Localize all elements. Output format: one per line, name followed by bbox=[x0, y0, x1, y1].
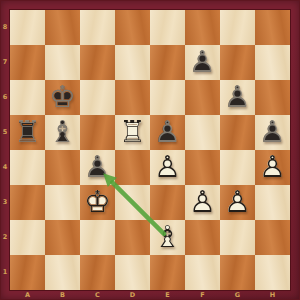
piece-white-pawn[interactable]: ♟♙ bbox=[220, 185, 255, 220]
square-d6[interactable] bbox=[115, 80, 150, 115]
square-h3[interactable] bbox=[255, 185, 290, 220]
rank-label-8: 8 bbox=[0, 10, 10, 45]
piece-black-king[interactable]: ♚♔ bbox=[45, 80, 80, 115]
square-a3[interactable] bbox=[10, 185, 45, 220]
piece-fill-glyph: ♚ bbox=[80, 187, 115, 217]
square-e4[interactable]: ♟♙ bbox=[150, 150, 185, 185]
square-e5[interactable]: ♟♙ bbox=[150, 115, 185, 150]
rank-labels: 87654321 bbox=[0, 10, 10, 290]
piece-outline-glyph: ♖ bbox=[10, 117, 45, 147]
piece-fill-glyph: ♜ bbox=[115, 117, 150, 147]
piece-outline-glyph: ♔ bbox=[45, 82, 80, 112]
file-label-c: C bbox=[80, 290, 115, 300]
square-c2[interactable] bbox=[80, 220, 115, 255]
square-c4[interactable]: ♟♙ bbox=[80, 150, 115, 185]
square-d8[interactable] bbox=[115, 10, 150, 45]
square-b2[interactable] bbox=[45, 220, 80, 255]
square-e7[interactable] bbox=[150, 45, 185, 80]
square-d4[interactable] bbox=[115, 150, 150, 185]
square-a5[interactable]: ♜♖ bbox=[10, 115, 45, 150]
square-c5[interactable] bbox=[80, 115, 115, 150]
square-f1[interactable] bbox=[185, 255, 220, 290]
square-g4[interactable] bbox=[220, 150, 255, 185]
piece-outline-glyph: ♙ bbox=[185, 47, 220, 77]
square-h6[interactable] bbox=[255, 80, 290, 115]
square-a7[interactable] bbox=[10, 45, 45, 80]
square-f7[interactable]: ♟♙ bbox=[185, 45, 220, 80]
file-label-e: E bbox=[150, 290, 185, 300]
square-a1[interactable] bbox=[10, 255, 45, 290]
piece-fill-glyph: ♟ bbox=[150, 117, 185, 147]
rank-label-7: 7 bbox=[0, 45, 10, 80]
square-g6[interactable]: ♟♙ bbox=[220, 80, 255, 115]
piece-outline-glyph: ♙ bbox=[185, 187, 220, 217]
square-f6[interactable] bbox=[185, 80, 220, 115]
square-e2[interactable]: ♝♗ bbox=[150, 220, 185, 255]
rank-label-2: 2 bbox=[0, 220, 10, 255]
piece-fill-glyph: ♝ bbox=[150, 222, 185, 252]
square-g2[interactable] bbox=[220, 220, 255, 255]
piece-fill-glyph: ♟ bbox=[185, 187, 220, 217]
square-b4[interactable] bbox=[45, 150, 80, 185]
piece-white-king[interactable]: ♚♔ bbox=[80, 185, 115, 220]
square-d1[interactable] bbox=[115, 255, 150, 290]
file-label-f: F bbox=[185, 290, 220, 300]
square-b5[interactable]: ♝♗ bbox=[45, 115, 80, 150]
piece-outline-glyph: ♙ bbox=[150, 117, 185, 147]
piece-black-pawn[interactable]: ♟♙ bbox=[185, 45, 220, 80]
square-h5[interactable]: ♟♙ bbox=[255, 115, 290, 150]
piece-fill-glyph: ♟ bbox=[185, 47, 220, 77]
square-g1[interactable] bbox=[220, 255, 255, 290]
square-d2[interactable] bbox=[115, 220, 150, 255]
square-h7[interactable] bbox=[255, 45, 290, 80]
file-label-h: H bbox=[255, 290, 290, 300]
square-g5[interactable] bbox=[220, 115, 255, 150]
piece-outline-glyph: ♙ bbox=[220, 82, 255, 112]
square-b7[interactable] bbox=[45, 45, 80, 80]
piece-white-bishop[interactable]: ♝♗ bbox=[150, 220, 185, 255]
piece-black-pawn[interactable]: ♟♙ bbox=[80, 150, 115, 185]
piece-fill-glyph: ♟ bbox=[255, 117, 290, 147]
square-a2[interactable] bbox=[10, 220, 45, 255]
piece-fill-glyph: ♟ bbox=[255, 152, 290, 182]
file-label-d: D bbox=[115, 290, 150, 300]
square-f3[interactable]: ♟♙ bbox=[185, 185, 220, 220]
square-b8[interactable] bbox=[45, 10, 80, 45]
square-g8[interactable] bbox=[220, 10, 255, 45]
piece-black-pawn[interactable]: ♟♙ bbox=[220, 80, 255, 115]
rank-label-5: 5 bbox=[0, 115, 10, 150]
square-c1[interactable] bbox=[80, 255, 115, 290]
square-e3[interactable] bbox=[150, 185, 185, 220]
piece-outline-glyph: ♙ bbox=[220, 187, 255, 217]
square-b6[interactable]: ♚♔ bbox=[45, 80, 80, 115]
square-f8[interactable] bbox=[185, 10, 220, 45]
piece-outline-glyph: ♙ bbox=[150, 152, 185, 182]
square-b3[interactable] bbox=[45, 185, 80, 220]
rank-label-4: 4 bbox=[0, 150, 10, 185]
square-c3[interactable]: ♚♔ bbox=[80, 185, 115, 220]
file-labels: ABCDEFGH bbox=[10, 290, 290, 300]
chess-board-frame: ♟♙♚♔♟♙♜♖♝♗♜♖♟♙♟♙♟♙♟♙♟♙♚♔♟♙♟♙♝♗ 87654321 … bbox=[0, 0, 300, 300]
piece-fill-glyph: ♝ bbox=[45, 117, 80, 147]
piece-white-pawn[interactable]: ♟♙ bbox=[185, 185, 220, 220]
piece-outline-glyph: ♙ bbox=[255, 117, 290, 147]
square-e6[interactable] bbox=[150, 80, 185, 115]
piece-outline-glyph: ♙ bbox=[255, 152, 290, 182]
piece-fill-glyph: ♟ bbox=[80, 152, 115, 182]
rank-label-1: 1 bbox=[0, 255, 10, 290]
piece-black-bishop[interactable]: ♝♗ bbox=[45, 115, 80, 150]
piece-outline-glyph: ♙ bbox=[80, 152, 115, 182]
square-h2[interactable] bbox=[255, 220, 290, 255]
piece-fill-glyph: ♟ bbox=[150, 152, 185, 182]
square-b1[interactable] bbox=[45, 255, 80, 290]
piece-fill-glyph: ♟ bbox=[220, 187, 255, 217]
square-h1[interactable] bbox=[255, 255, 290, 290]
square-a4[interactable] bbox=[10, 150, 45, 185]
square-f5[interactable] bbox=[185, 115, 220, 150]
square-d5[interactable]: ♜♖ bbox=[115, 115, 150, 150]
square-h8[interactable] bbox=[255, 10, 290, 45]
piece-black-pawn[interactable]: ♟♙ bbox=[150, 115, 185, 150]
square-d7[interactable] bbox=[115, 45, 150, 80]
square-a6[interactable] bbox=[10, 80, 45, 115]
rank-label-6: 6 bbox=[0, 80, 10, 115]
chess-board: ♟♙♚♔♟♙♜♖♝♗♜♖♟♙♟♙♟♙♟♙♟♙♚♔♟♙♟♙♝♗ bbox=[10, 10, 290, 290]
piece-outline-glyph: ♗ bbox=[150, 222, 185, 252]
square-e8[interactable] bbox=[150, 10, 185, 45]
square-d3[interactable] bbox=[115, 185, 150, 220]
file-label-b: B bbox=[45, 290, 80, 300]
square-f2[interactable] bbox=[185, 220, 220, 255]
square-f4[interactable] bbox=[185, 150, 220, 185]
piece-white-pawn[interactable]: ♟♙ bbox=[255, 150, 290, 185]
piece-black-pawn[interactable]: ♟♙ bbox=[255, 115, 290, 150]
square-g7[interactable] bbox=[220, 45, 255, 80]
piece-outline-glyph: ♖ bbox=[115, 117, 150, 147]
piece-fill-glyph: ♚ bbox=[45, 82, 80, 112]
square-h4[interactable]: ♟♙ bbox=[255, 150, 290, 185]
square-c6[interactable] bbox=[80, 80, 115, 115]
rank-label-3: 3 bbox=[0, 185, 10, 220]
square-c8[interactable] bbox=[80, 10, 115, 45]
piece-white-rook[interactable]: ♜♖ bbox=[115, 115, 150, 150]
piece-outline-glyph: ♗ bbox=[45, 117, 80, 147]
square-a8[interactable] bbox=[10, 10, 45, 45]
piece-fill-glyph: ♟ bbox=[220, 82, 255, 112]
file-label-a: A bbox=[10, 290, 45, 300]
square-c7[interactable] bbox=[80, 45, 115, 80]
piece-outline-glyph: ♔ bbox=[80, 187, 115, 217]
square-e1[interactable] bbox=[150, 255, 185, 290]
piece-black-rook[interactable]: ♜♖ bbox=[10, 115, 45, 150]
piece-white-pawn[interactable]: ♟♙ bbox=[150, 150, 185, 185]
piece-fill-glyph: ♜ bbox=[10, 117, 45, 147]
square-g3[interactable]: ♟♙ bbox=[220, 185, 255, 220]
file-label-g: G bbox=[220, 290, 255, 300]
